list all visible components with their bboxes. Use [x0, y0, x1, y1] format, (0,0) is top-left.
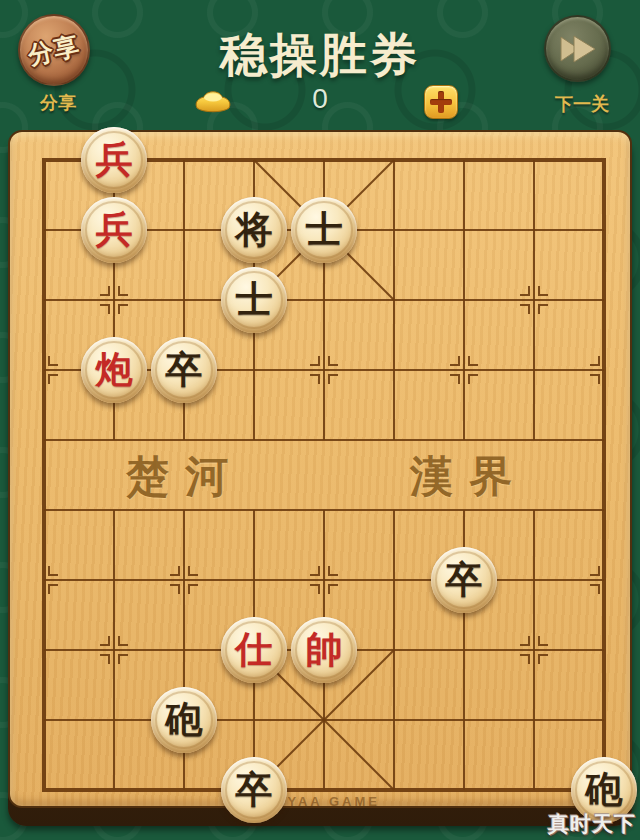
piece-glyph: 卒 — [166, 351, 203, 388]
piece-black-士[interactable]: 士 — [291, 197, 357, 263]
piece-glyph: 卒 — [236, 771, 273, 808]
piece-glyph: 兵 — [96, 141, 133, 178]
game-screen: 分享 分享 稳操胜券 0 下一关 楚河 漢界 BOYAA GAME 兵兵将士士炮… — [0, 0, 640, 840]
piece-glyph: 砲 — [586, 771, 623, 808]
piece-black-卒[interactable]: 卒 — [221, 757, 287, 823]
piece-glyph: 士 — [236, 281, 273, 318]
next-level-caption: 下一关 — [540, 92, 624, 116]
piece-black-砲[interactable]: 砲 — [151, 687, 217, 753]
piece-black-士[interactable]: 士 — [221, 267, 287, 333]
gold-ingot-icon — [193, 85, 233, 115]
piece-red-炮[interactable]: 炮 — [81, 337, 147, 403]
piece-glyph: 炮 — [96, 351, 133, 388]
piece-red-仕[interactable]: 仕 — [221, 617, 287, 683]
piece-red-兵[interactable]: 兵 — [81, 127, 147, 193]
river-label-han: 漢界 — [410, 448, 528, 506]
piece-glyph: 兵 — [96, 211, 133, 248]
piece-black-将[interactable]: 将 — [221, 197, 287, 263]
piece-black-卒[interactable]: 卒 — [151, 337, 217, 403]
add-coins-button[interactable] — [424, 85, 458, 119]
piece-glyph: 仕 — [236, 631, 273, 668]
fast-forward-icon — [558, 33, 598, 65]
piece-red-帥[interactable]: 帥 — [291, 617, 357, 683]
river-label-chu: 楚河 — [126, 448, 244, 506]
corner-watermark: 真时天下 — [548, 810, 636, 838]
plus-icon — [430, 91, 452, 113]
coin-count: 0 — [280, 83, 360, 115]
piece-glyph: 将 — [236, 211, 273, 248]
piece-glyph: 卒 — [446, 561, 483, 598]
piece-glyph: 帥 — [306, 631, 343, 668]
share-caption: 分享 — [20, 91, 96, 115]
piece-glyph: 士 — [306, 211, 343, 248]
piece-glyph: 砲 — [166, 701, 203, 738]
piece-red-兵[interactable]: 兵 — [81, 197, 147, 263]
next-level-button[interactable] — [544, 15, 611, 82]
piece-black-卒[interactable]: 卒 — [431, 547, 497, 613]
xiangqi-board[interactable]: 楚河 漢界 BOYAA GAME 兵兵将士士炮卒卒仕帥砲卒砲 — [8, 130, 632, 808]
